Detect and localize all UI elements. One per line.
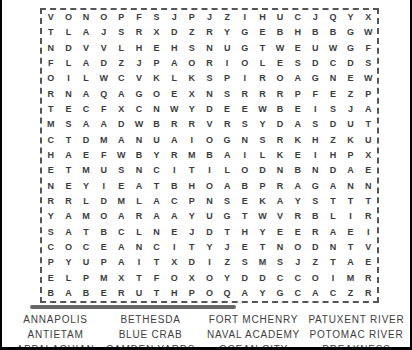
grid-cell: Y [289, 194, 307, 209]
grid-cell: J [306, 10, 324, 25]
grid-cell: D [113, 117, 131, 132]
grid-cell: E [113, 178, 131, 193]
grid-cell: A [77, 87, 95, 102]
grid-cell: T [183, 240, 201, 255]
grid-cell: N [236, 133, 254, 148]
grid-cell: O [95, 209, 113, 224]
grid-cell: E [289, 148, 307, 163]
grid-cell: Y [342, 10, 360, 25]
grid-cell: V [95, 41, 113, 56]
grid-cell: L [60, 270, 78, 285]
grid-cell: S [254, 133, 272, 148]
grid-cell: O [306, 270, 324, 285]
grid-cell: S [236, 117, 254, 132]
grid-cell: K [183, 71, 201, 86]
grid-cell: H [289, 25, 307, 40]
grid-cell: T [60, 133, 78, 148]
grid-cell: E [236, 194, 254, 209]
grid-cell: U [95, 163, 113, 178]
grid-cell: R [130, 209, 148, 224]
grid-cell: O [165, 270, 183, 285]
grid-cell: O [183, 56, 201, 71]
grid-cell: L [165, 71, 183, 86]
grid-cell: U [218, 41, 236, 56]
grid-cell: Y [42, 209, 60, 224]
grid-cell: D [201, 102, 219, 117]
grid-cell: A [77, 25, 95, 40]
word-list-item: NAVAL ACADEMY [207, 328, 300, 343]
grid-cell: C [324, 286, 342, 301]
grid-cell: A [113, 133, 131, 148]
grid-cell: U [359, 133, 377, 148]
grid-cell: M [342, 270, 360, 285]
grid-cell: Q [324, 10, 342, 25]
grid-cell: R [201, 56, 219, 71]
grid-cell: M [95, 133, 113, 148]
grid-cell: N [148, 224, 166, 239]
grid-cell: A [165, 56, 183, 71]
grid-cell: T [359, 117, 377, 132]
grid-cell: L [113, 41, 131, 56]
grid-cell: H [42, 148, 60, 163]
grid-cell: D [201, 224, 219, 239]
grid-cell: I [342, 209, 360, 224]
grid-cell: J [342, 102, 360, 117]
grid-cell: B [148, 117, 166, 132]
grid-cell: I [165, 240, 183, 255]
grid-cell: T [148, 178, 166, 193]
grid-cell: N [60, 87, 78, 102]
grid-cell: S [359, 56, 377, 71]
grid-cell: A [289, 71, 307, 86]
grid-cell: A [130, 178, 148, 193]
grid-cell: D [306, 56, 324, 71]
grid-cell: E [271, 224, 289, 239]
grid-cell: Z [113, 56, 131, 71]
grid-cell: P [148, 56, 166, 71]
grid-cell: L [77, 71, 95, 86]
grid-cell: J [183, 224, 201, 239]
grid-cell: A [324, 178, 342, 193]
grid-cell: U [148, 133, 166, 148]
grid-cell: O [201, 178, 219, 193]
grid-cell: S [271, 255, 289, 270]
grid-cell: L [60, 25, 78, 40]
grid-cell: M [77, 163, 95, 178]
grid-cell: R [289, 209, 307, 224]
grid-cell: H [165, 41, 183, 56]
grid-cell: E [236, 102, 254, 117]
grid-cell: W [324, 41, 342, 56]
grid-cell: R [306, 224, 324, 239]
grid-cell: F [306, 87, 324, 102]
grid-cell: M [183, 148, 201, 163]
grid-cell: X [183, 87, 201, 102]
grid-cell: K [342, 133, 360, 148]
grid-cell: A [95, 117, 113, 132]
grid-cell: A [359, 102, 377, 117]
grid-cell: F [130, 10, 148, 25]
grid-cell: A [77, 117, 95, 132]
grid-cell: S [324, 102, 342, 117]
grid-cell: A [113, 255, 131, 270]
grid-cell: R [271, 178, 289, 193]
grid-cell: S [42, 224, 60, 239]
grid-cell: R [130, 25, 148, 40]
grid-cell: E [342, 71, 360, 86]
grid-cell: W [359, 25, 377, 40]
grid-cell: C [148, 163, 166, 178]
grid-cell: I [165, 163, 183, 178]
grid-cell: L [60, 56, 78, 71]
grid-cell: D [324, 117, 342, 132]
grid-cell: H [165, 286, 183, 301]
grid-cell: R [42, 87, 60, 102]
grid-cell: E [289, 41, 307, 56]
grid-cell: H [324, 148, 342, 163]
grid-cell: Y [254, 117, 272, 132]
grid-cell: W [254, 209, 272, 224]
grid-cell: P [289, 87, 307, 102]
grid-cell: C [289, 10, 307, 25]
grid-cell: J [289, 255, 307, 270]
grid-cell: Z [324, 133, 342, 148]
grid-cell: D [254, 270, 272, 285]
grid-cell: A [148, 194, 166, 209]
word-list: ANNAPOLISANTIETAMAPPALACHIANBETHESDABLUE… [10, 313, 406, 350]
grid-cell: P [359, 87, 377, 102]
grid-cell: S [60, 117, 78, 132]
grid-cell: E [254, 25, 272, 40]
grid-cell: L [130, 194, 148, 209]
grid-cell: P [342, 148, 360, 163]
grid-cell: E [60, 102, 78, 117]
grid-cell: N [42, 41, 60, 56]
grid-cell: G [306, 178, 324, 193]
grid-cell: K [254, 194, 272, 209]
grid-cell: S [236, 255, 254, 270]
grid-cell: Z [218, 255, 236, 270]
grid-cell: X [148, 25, 166, 40]
grid-cell: F [148, 270, 166, 285]
grid-cell: O [289, 240, 307, 255]
grid-cell: T [148, 286, 166, 301]
grid-cell: E [165, 224, 183, 239]
grid-cell: B [201, 148, 219, 163]
grid-cell: V [359, 240, 377, 255]
grid-cell: I [183, 133, 201, 148]
grid-cell: X [113, 270, 131, 285]
grid-cell: T [324, 255, 342, 270]
grid-cell: H [306, 133, 324, 148]
grid-cell: N [271, 163, 289, 178]
grid-cell: O [60, 10, 78, 25]
grid-cell: D [236, 270, 254, 285]
grid-cell: A [113, 87, 131, 102]
grid-cell: C [77, 240, 95, 255]
grid-cell: D [165, 25, 183, 40]
grid-cell: B [289, 163, 307, 178]
grid-cell: R [201, 25, 219, 40]
grid-cell: E [148, 41, 166, 56]
grid-cell: U [306, 41, 324, 56]
grid-cell: S [113, 163, 131, 178]
grid-cell: O [201, 270, 219, 285]
grid-cell: S [218, 87, 236, 102]
grid-cell: C [113, 224, 131, 239]
grid-cell: D [95, 194, 113, 209]
grid-cell: G [271, 286, 289, 301]
grid-cell: K [271, 148, 289, 163]
grid-cell: R [165, 117, 183, 132]
grid-cell: A [77, 56, 95, 71]
grid-cell: G [342, 25, 360, 40]
word-list-item: BETHESDA [120, 313, 180, 328]
grid-cell: N [130, 133, 148, 148]
grid-cell: G [130, 87, 148, 102]
grid-cell: M [77, 209, 95, 224]
word-list-column: BETHESDABLUE CRABCAMDEN YARDS [101, 313, 200, 350]
grid-cell: G [342, 41, 360, 56]
grid-cell: Y [148, 148, 166, 163]
grid-cell: C [324, 56, 342, 71]
grid-cell: J [218, 240, 236, 255]
grid-cell: L [324, 209, 342, 224]
grid-cell: A [165, 133, 183, 148]
grid-cell: E [324, 87, 342, 102]
grid-cell: E [77, 148, 95, 163]
grid-cell: A [60, 148, 78, 163]
grid-cell: T [148, 255, 166, 270]
grid-cell: N [324, 240, 342, 255]
grid-cell: X [165, 255, 183, 270]
grid-cell: D [342, 56, 360, 71]
grid-cell: T [183, 163, 201, 178]
grid-cell: N [201, 41, 219, 56]
grid-cell: B [271, 25, 289, 40]
grid-cell: L [254, 56, 272, 71]
grid-cell: E [342, 224, 360, 239]
grid-cell: W [359, 71, 377, 86]
grid-cell: G [236, 25, 254, 40]
grid-cell: Y [218, 25, 236, 40]
grid-cell: W [113, 148, 131, 163]
grid-cell: A [218, 178, 236, 193]
grid-cell: A [236, 286, 254, 301]
grid-cell: R [359, 286, 377, 301]
grid-cell: B [306, 25, 324, 40]
grid-cell: A [271, 194, 289, 209]
grid-cell: D [254, 163, 272, 178]
grid-cell: F [42, 56, 60, 71]
grid-cell: V [42, 10, 60, 25]
grid-cell: D [60, 41, 78, 56]
grid-cell: R [236, 87, 254, 102]
grid-cell: T [342, 240, 360, 255]
grid-cell: B [236, 178, 254, 193]
grid-cell: Z [183, 25, 201, 40]
grid-cell: O [95, 10, 113, 25]
puzzle-page: VONOPFSJPJZIHUCJQYXTLAJSRXDZRYGEBHBBGWND… [0, 0, 412, 350]
grid-cell: I [306, 148, 324, 163]
grid-cell: K [148, 71, 166, 86]
grid-cell: A [289, 178, 307, 193]
grid-cell: Y [183, 209, 201, 224]
grid-cell: A [218, 148, 236, 163]
grid-cell: T [254, 41, 272, 56]
grid-cell: C [113, 71, 131, 86]
grid-cell: A [306, 286, 324, 301]
grid-cell: T [77, 224, 95, 239]
grid-cell: S [218, 194, 236, 209]
grid-cell: E [42, 270, 60, 285]
grid-cell: V [271, 209, 289, 224]
grid-cell: R [271, 87, 289, 102]
grid-cell: O [42, 71, 60, 86]
grid-cell: S [289, 56, 307, 71]
grid-cell: T [130, 270, 148, 285]
grid-cell: P [95, 255, 113, 270]
grid-cell: I [60, 71, 78, 86]
grid-cell: R [42, 194, 60, 209]
grid-cell: W [130, 117, 148, 132]
grid-cell: O [271, 71, 289, 86]
grid-cell: U [77, 255, 95, 270]
grid-cell: C [148, 240, 166, 255]
word-list-item: ANTIETAM [27, 328, 83, 343]
grid-cell: X [183, 270, 201, 285]
grid-cell: V [77, 41, 95, 56]
grid-cell: C [77, 102, 95, 117]
grid-cell: M [42, 117, 60, 132]
grid-cell: R [218, 117, 236, 132]
grid-cell: E [95, 286, 113, 301]
grid-cell: Y [218, 270, 236, 285]
grid-cell: B [271, 102, 289, 117]
grid-cell: S [201, 71, 219, 86]
grid-cell: A [60, 209, 78, 224]
grid-cell: M [113, 194, 131, 209]
grid-cell: Y [60, 255, 78, 270]
grid-cell: Y [201, 240, 219, 255]
grid-cell: B [77, 286, 95, 301]
grid-cell: X [359, 10, 377, 25]
grid-cell: P [42, 255, 60, 270]
grid-cell: K [289, 133, 307, 148]
word-search-grid: VONOPFSJPJZIHUCJQYXTLAJSRXDZRYGEBHBBGWND… [40, 8, 379, 303]
grid-cell: L [254, 148, 272, 163]
grid-cell: A [342, 163, 360, 178]
grid-cell: R [254, 87, 272, 102]
word-list-item: FORT MCHENRY [209, 313, 299, 328]
grid-cell: R [359, 270, 377, 285]
grid-cell: R [359, 209, 377, 224]
grid-cell: S [306, 194, 324, 209]
grid-cell: D [95, 56, 113, 71]
grid-cell: B [130, 148, 148, 163]
grid-cell: O [148, 87, 166, 102]
grid-cell: N [201, 194, 219, 209]
grid-cell: B [95, 224, 113, 239]
grid-cell: E [236, 240, 254, 255]
grid-cell: H [183, 178, 201, 193]
word-list-column: ANNAPOLISANTIETAMAPPALACHIAN [10, 313, 101, 350]
grid-cell: F [95, 148, 113, 163]
word-list-item: PATUXENT RIVER [308, 313, 404, 328]
grid-cell: T [42, 25, 60, 40]
grid-cell: P [77, 270, 95, 285]
grid-cell: E [359, 163, 377, 178]
grid-cell: L [218, 163, 236, 178]
grid-cell: E [42, 163, 60, 178]
grid-cell: R [165, 148, 183, 163]
grid-cell: P [183, 286, 201, 301]
grid-cell: N [148, 102, 166, 117]
grid-cell: R [271, 133, 289, 148]
grid-cell: I [236, 71, 254, 86]
word-list-column: PATUXENT RIVERPOTOMAC RIVERPREAKNESS [307, 313, 406, 350]
grid-cell: F [95, 102, 113, 117]
grid-cell: T [236, 209, 254, 224]
grid-cell: I [201, 163, 219, 178]
grid-cell: T [359, 194, 377, 209]
grid-cell: N [77, 10, 95, 25]
grid-cell: O [236, 56, 254, 71]
grid-cell: I [359, 224, 377, 239]
grid-cell: Y [254, 224, 272, 239]
grid-cell: N [42, 178, 60, 193]
grid-cell: B [165, 178, 183, 193]
grid-cell: E [359, 255, 377, 270]
grid-cell: I [236, 148, 254, 163]
grid-cell: R [183, 117, 201, 132]
grid-cell: P [218, 71, 236, 86]
grid-cell: U [342, 117, 360, 132]
grid-cell: J [201, 10, 219, 25]
grid-cell: B [324, 25, 342, 40]
grid-cell: P [113, 10, 131, 25]
grid-cell: A [113, 240, 131, 255]
grid-cell: A [342, 255, 360, 270]
grid-cell: Z [306, 255, 324, 270]
grid-cell: N [130, 240, 148, 255]
grid-cell: G [218, 209, 236, 224]
grid-cell: I [130, 255, 148, 270]
grid-cell: I [306, 102, 324, 117]
grid-cell: G [236, 41, 254, 56]
grid-cell: I [236, 10, 254, 25]
grid-cell: T [60, 163, 78, 178]
grid-cell: T [324, 194, 342, 209]
grid-cell: E [165, 87, 183, 102]
grid-cell: E [95, 240, 113, 255]
grid-cell: Z [342, 286, 360, 301]
grid-cell: Y [254, 286, 272, 301]
grid-cell: X [113, 102, 131, 117]
grid-cell: A [60, 224, 78, 239]
grid-cell: B [42, 286, 60, 301]
grid-cell: S [183, 41, 201, 56]
grid-cell: S [113, 25, 131, 40]
grid-cell: V [130, 71, 148, 86]
grid-cell: W [271, 41, 289, 56]
grid-cell: I [95, 178, 113, 193]
grid-cell: E [271, 56, 289, 71]
word-list-column: FORT MCHENRYNAVAL ACADEMYOCEAN CITY [200, 313, 307, 350]
grid-cell: D [324, 163, 342, 178]
grid-cell: M [254, 255, 272, 270]
grid-cell: A [324, 224, 342, 239]
